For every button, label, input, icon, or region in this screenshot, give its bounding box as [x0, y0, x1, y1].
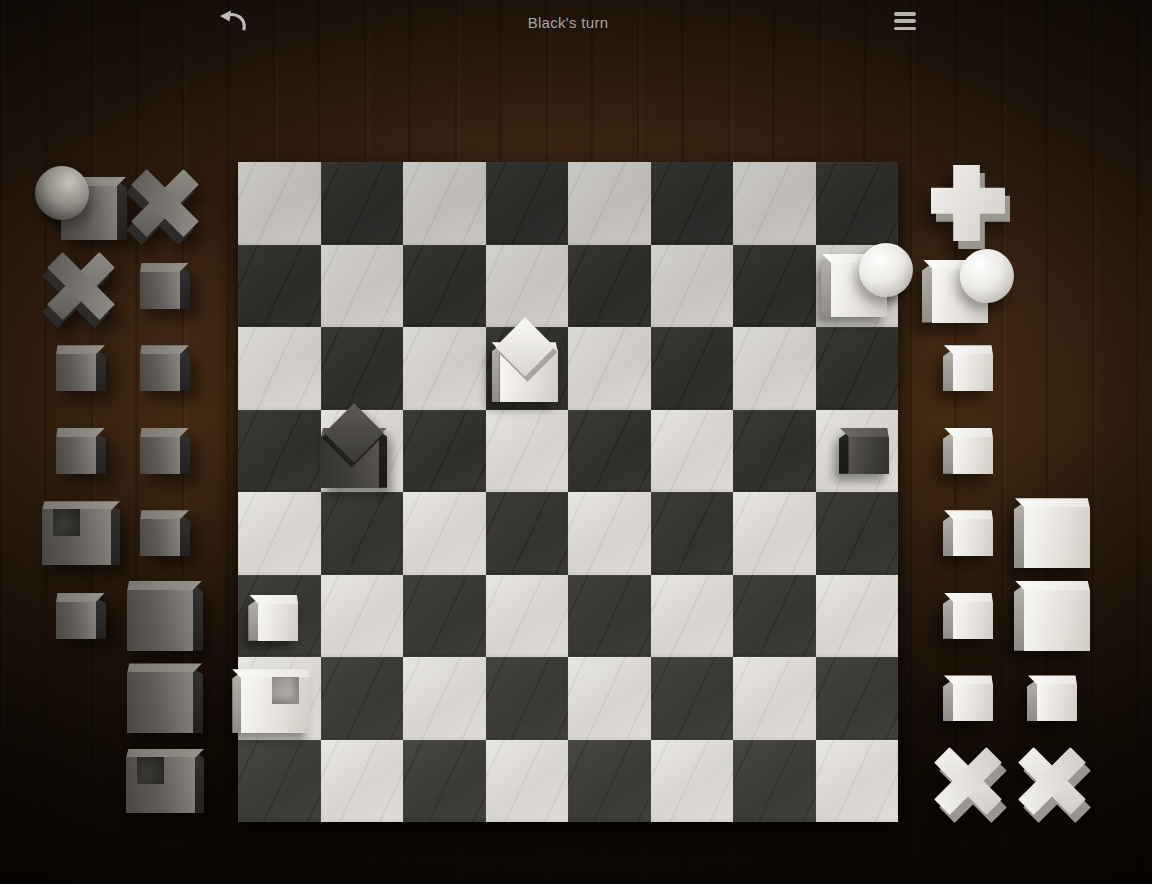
captured-black-pawn [56, 345, 106, 391]
captured-white-pawn [943, 593, 993, 639]
square-e6[interactable] [568, 327, 651, 410]
captured-black-pawn [140, 428, 190, 474]
captured-black-rook [127, 581, 203, 651]
square-h3[interactable] [816, 575, 899, 658]
square-h1[interactable] [816, 740, 899, 823]
square-d4[interactable] [486, 492, 569, 575]
square-e7[interactable] [568, 245, 651, 328]
square-h6[interactable] [816, 327, 899, 410]
piece-white-knight-a2[interactable] [232, 669, 310, 733]
square-c1[interactable] [403, 740, 486, 823]
square-c5[interactable] [403, 410, 486, 493]
square-b1[interactable] [321, 740, 404, 823]
top-bar: Black's turn [0, 0, 1152, 46]
square-a8[interactable] [238, 162, 321, 245]
square-g7[interactable] [733, 245, 816, 328]
square-g8[interactable] [733, 162, 816, 245]
square-f8[interactable] [651, 162, 734, 245]
square-f6[interactable] [651, 327, 734, 410]
square-e3[interactable] [568, 575, 651, 658]
captured-black-queen [35, 166, 127, 240]
square-f4[interactable] [651, 492, 734, 575]
square-d7[interactable] [486, 245, 569, 328]
captured-black-pawn [140, 345, 190, 391]
square-d3[interactable] [486, 575, 569, 658]
piece-white-king-d6[interactable] [492, 324, 558, 402]
square-e5[interactable] [568, 410, 651, 493]
chess-board [238, 162, 898, 822]
square-h4[interactable] [816, 492, 899, 575]
captured-black-rook [127, 663, 203, 733]
square-b6[interactable] [321, 327, 404, 410]
square-h2[interactable] [816, 657, 899, 740]
square-e4[interactable] [568, 492, 651, 575]
square-g6[interactable] [733, 327, 816, 410]
hamburger-icon [893, 12, 917, 30]
captured-black-pawn [140, 510, 190, 556]
captured-black-knight [42, 501, 120, 565]
captured-white-knight [931, 165, 1005, 241]
piece-white-pawn-a3[interactable] [248, 595, 298, 641]
captured-black-pawn [140, 263, 190, 309]
piece-white-queen-h7[interactable] [821, 243, 913, 317]
square-a6[interactable] [238, 327, 321, 410]
square-c3[interactable] [403, 575, 486, 658]
square-g3[interactable] [733, 575, 816, 658]
square-f2[interactable] [651, 657, 734, 740]
captured-white-pawn [943, 345, 993, 391]
captured-white-pawn [943, 510, 993, 556]
captured-white-bishop [927, 743, 1009, 819]
captured-black-bishop [40, 248, 122, 324]
square-c4[interactable] [403, 492, 486, 575]
piece-black-king-b5[interactable] [321, 410, 387, 488]
square-a7[interactable] [238, 245, 321, 328]
square-b2[interactable] [321, 657, 404, 740]
square-b4[interactable] [321, 492, 404, 575]
square-g4[interactable] [733, 492, 816, 575]
square-h8[interactable] [816, 162, 899, 245]
square-f7[interactable] [651, 245, 734, 328]
square-c6[interactable] [403, 327, 486, 410]
square-c2[interactable] [403, 657, 486, 740]
square-a1[interactable] [238, 740, 321, 823]
square-a5[interactable] [238, 410, 321, 493]
square-c8[interactable] [403, 162, 486, 245]
square-d2[interactable] [486, 657, 569, 740]
captured-white-pawn [943, 675, 993, 721]
square-g5[interactable] [733, 410, 816, 493]
captured-black-bishop [124, 165, 206, 241]
game-window: Black's turn [0, 0, 1152, 884]
captured-black-pawn [56, 593, 106, 639]
captured-white-rook [1014, 581, 1090, 651]
square-f3[interactable] [651, 575, 734, 658]
square-b7[interactable] [321, 245, 404, 328]
piece-black-pawn-h5[interactable] [839, 428, 889, 474]
square-d5[interactable] [486, 410, 569, 493]
square-b8[interactable] [321, 162, 404, 245]
square-e1[interactable] [568, 740, 651, 823]
menu-button[interactable] [890, 10, 920, 36]
square-d8[interactable] [486, 162, 569, 245]
square-g2[interactable] [733, 657, 816, 740]
captured-white-pawn [1027, 675, 1077, 721]
square-g1[interactable] [733, 740, 816, 823]
captured-white-bishop [1011, 743, 1093, 819]
captured-black-pawn [56, 428, 106, 474]
square-d1[interactable] [486, 740, 569, 823]
captured-white-rook [1014, 498, 1090, 568]
turn-indicator: Black's turn [0, 14, 1136, 31]
square-e8[interactable] [568, 162, 651, 245]
square-a4[interactable] [238, 492, 321, 575]
square-f1[interactable] [651, 740, 734, 823]
square-c7[interactable] [403, 245, 486, 328]
square-f5[interactable] [651, 410, 734, 493]
square-e2[interactable] [568, 657, 651, 740]
captured-black-knight [126, 749, 204, 813]
square-b3[interactable] [321, 575, 404, 658]
captured-white-queen [922, 249, 1014, 323]
captured-white-pawn [943, 428, 993, 474]
